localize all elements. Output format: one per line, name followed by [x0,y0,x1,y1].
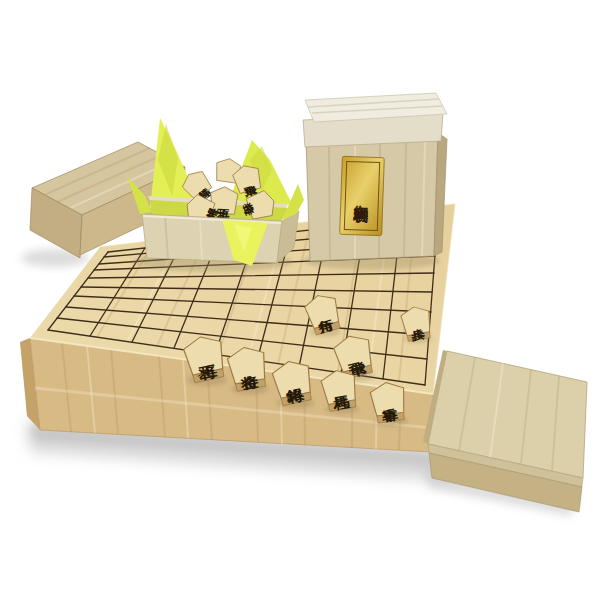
product-photo-shogi-set: 桂馬 飛車 王将 金将 銀将 [0,0,600,600]
standing-piece-box: 御将棋駒 [303,93,447,261]
gold-label: 御将棋駒 [340,156,385,235]
scene: 桂馬 飛車 王将 金将 銀将 [0,0,600,600]
open-piece-box: 桂馬 飛車 王将 金将 銀将 [127,118,304,266]
